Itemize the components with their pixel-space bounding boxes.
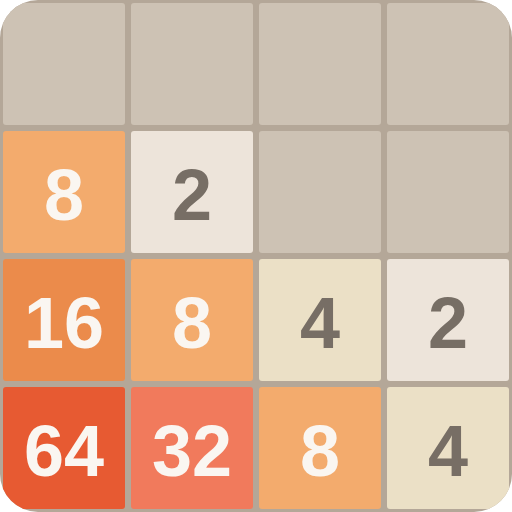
- empty-cell-r0c1: [131, 3, 253, 125]
- board-2048[interactable]: 8216842643284: [0, 0, 512, 512]
- tile-4-r3c3: 4: [387, 387, 509, 509]
- tile-8-r1c0: 8: [3, 131, 125, 253]
- tile-2-r1c1: 2: [131, 131, 253, 253]
- tile-32-r3c1: 32: [131, 387, 253, 509]
- tile-16-r2c0: 16: [3, 259, 125, 381]
- tile-64-r3c0: 64: [3, 387, 125, 509]
- tile-8-r3c2: 8: [259, 387, 381, 509]
- tile-2-r2c3: 2: [387, 259, 509, 381]
- empty-cell-r0c0: [3, 3, 125, 125]
- tile-4-r2c2: 4: [259, 259, 381, 381]
- empty-cell-r0c2: [259, 3, 381, 125]
- empty-cell-r1c2: [259, 131, 381, 253]
- empty-cell-r1c3: [387, 131, 509, 253]
- tile-8-r2c1: 8: [131, 259, 253, 381]
- empty-cell-r0c3: [387, 3, 509, 125]
